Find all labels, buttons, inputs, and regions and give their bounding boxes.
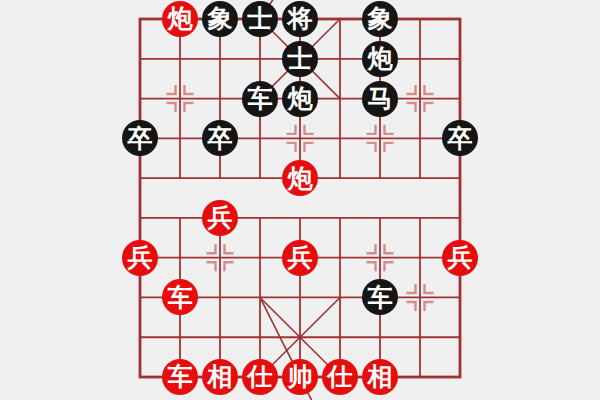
pieces-layer: 炮象士将象士炮车炮马卒卒卒炮兵兵兵兵车车车相仕帅仕相 (120, 0, 480, 397)
piece-red-chariot[interactable]: 车 (162, 279, 198, 315)
piece-black-elephant[interactable]: 象 (202, 1, 238, 37)
piece-red-soldier[interactable]: 兵 (202, 200, 238, 236)
piece-red-cannon[interactable]: 炮 (162, 1, 198, 37)
piece-black-advisor[interactable]: 士 (282, 41, 318, 77)
piece-black-soldier[interactable]: 卒 (202, 120, 238, 156)
piece-black-elephant[interactable]: 象 (362, 1, 398, 37)
piece-red-advisor[interactable]: 仕 (322, 359, 358, 395)
piece-red-elephant[interactable]: 相 (202, 359, 238, 395)
piece-black-cannon[interactable]: 炮 (362, 41, 398, 77)
piece-black-cannon[interactable]: 炮 (282, 81, 318, 117)
piece-black-general[interactable]: 将 (282, 1, 318, 37)
piece-red-soldier[interactable]: 兵 (442, 240, 478, 276)
piece-red-soldier[interactable]: 兵 (282, 240, 318, 276)
piece-black-advisor[interactable]: 士 (242, 1, 278, 37)
piece-black-horse[interactable]: 马 (362, 81, 398, 117)
piece-black-soldier[interactable]: 卒 (122, 120, 158, 156)
piece-red-elephant[interactable]: 相 (362, 359, 398, 395)
piece-black-chariot[interactable]: 车 (242, 81, 278, 117)
piece-red-advisor[interactable]: 仕 (242, 359, 278, 395)
piece-red-general[interactable]: 帅 (282, 359, 318, 395)
piece-red-cannon[interactable]: 炮 (282, 160, 318, 196)
piece-red-soldier[interactable]: 兵 (122, 240, 158, 276)
piece-black-soldier[interactable]: 卒 (442, 120, 478, 156)
piece-red-chariot[interactable]: 车 (162, 359, 198, 395)
piece-black-chariot[interactable]: 车 (362, 279, 398, 315)
xiangqi-app-screen: 炮象士将象士炮车炮马卒卒卒炮兵兵兵兵车车车相仕帅仕相 (0, 0, 600, 400)
